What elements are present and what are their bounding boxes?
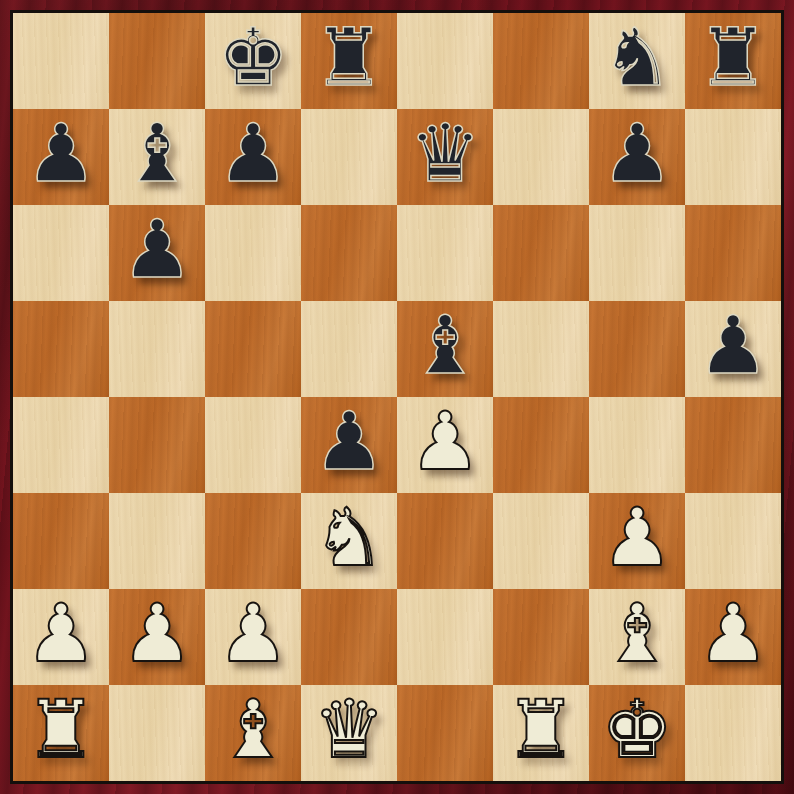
- square-h1[interactable]: [685, 685, 781, 781]
- square-e1[interactable]: [397, 685, 493, 781]
- square-e5[interactable]: ♝: [397, 301, 493, 397]
- square-e4[interactable]: ♟: [397, 397, 493, 493]
- black-pawn-d4[interactable]: ♟: [313, 397, 385, 490]
- white-pawn-e4[interactable]: ♟: [409, 397, 481, 490]
- square-e3[interactable]: [397, 493, 493, 589]
- square-a6[interactable]: [13, 205, 109, 301]
- square-b8[interactable]: [109, 13, 205, 109]
- square-d1[interactable]: ♛: [301, 685, 397, 781]
- white-pawn-h2[interactable]: ♟: [697, 589, 769, 682]
- square-d8[interactable]: ♜: [301, 13, 397, 109]
- square-f7[interactable]: [493, 109, 589, 205]
- square-a8[interactable]: [13, 13, 109, 109]
- square-d2[interactable]: [301, 589, 397, 685]
- square-e2[interactable]: [397, 589, 493, 685]
- black-pawn-h5[interactable]: ♟: [697, 301, 769, 394]
- black-pawn-c7[interactable]: ♟: [217, 109, 289, 202]
- square-h6[interactable]: [685, 205, 781, 301]
- square-c1[interactable]: ♝: [205, 685, 301, 781]
- square-g6[interactable]: [589, 205, 685, 301]
- square-a4[interactable]: [13, 397, 109, 493]
- square-b3[interactable]: [109, 493, 205, 589]
- square-a7[interactable]: ♟: [13, 109, 109, 205]
- square-c4[interactable]: [205, 397, 301, 493]
- square-c7[interactable]: ♟: [205, 109, 301, 205]
- white-rook-f1[interactable]: ♜: [505, 685, 577, 778]
- white-rook-a1[interactable]: ♜: [25, 685, 97, 778]
- square-d4[interactable]: ♟: [301, 397, 397, 493]
- square-g7[interactable]: ♟: [589, 109, 685, 205]
- square-d6[interactable]: [301, 205, 397, 301]
- square-b5[interactable]: [109, 301, 205, 397]
- chess-board: ♚♜♞♜♟♝♟♛♟♟♝♟♟♟♞♟♟♟♟♝♟♜♝♛♜♚: [10, 10, 784, 784]
- square-g2[interactable]: ♝: [589, 589, 685, 685]
- square-f2[interactable]: [493, 589, 589, 685]
- square-c3[interactable]: [205, 493, 301, 589]
- square-f1[interactable]: ♜: [493, 685, 589, 781]
- black-rook-h8[interactable]: ♜: [697, 13, 769, 106]
- square-b1[interactable]: [109, 685, 205, 781]
- white-pawn-a2[interactable]: ♟: [25, 589, 97, 682]
- square-c2[interactable]: ♟: [205, 589, 301, 685]
- square-d5[interactable]: [301, 301, 397, 397]
- square-b4[interactable]: [109, 397, 205, 493]
- square-f5[interactable]: [493, 301, 589, 397]
- square-f3[interactable]: [493, 493, 589, 589]
- square-g1[interactable]: ♚: [589, 685, 685, 781]
- square-e8[interactable]: [397, 13, 493, 109]
- black-bishop-b7[interactable]: ♝: [121, 109, 193, 202]
- black-pawn-b6[interactable]: ♟: [121, 205, 193, 298]
- white-knight-d3[interactable]: ♞: [313, 493, 385, 586]
- square-f6[interactable]: [493, 205, 589, 301]
- square-g5[interactable]: [589, 301, 685, 397]
- white-pawn-b2[interactable]: ♟: [121, 589, 193, 682]
- square-g4[interactable]: [589, 397, 685, 493]
- square-b2[interactable]: ♟: [109, 589, 205, 685]
- square-h5[interactable]: ♟: [685, 301, 781, 397]
- white-queen-d1[interactable]: ♛: [313, 685, 385, 778]
- square-f4[interactable]: [493, 397, 589, 493]
- square-h7[interactable]: [685, 109, 781, 205]
- square-e7[interactable]: ♛: [397, 109, 493, 205]
- white-bishop-g2[interactable]: ♝: [601, 589, 673, 682]
- black-king-c8[interactable]: ♚: [217, 13, 289, 106]
- board-frame: ♚♜♞♜♟♝♟♛♟♟♝♟♟♟♞♟♟♟♟♝♟♜♝♛♜♚: [0, 0, 794, 794]
- white-king-g1[interactable]: ♚: [601, 685, 673, 778]
- square-g8[interactable]: ♞: [589, 13, 685, 109]
- square-c8[interactable]: ♚: [205, 13, 301, 109]
- square-h3[interactable]: [685, 493, 781, 589]
- white-pawn-g3[interactable]: ♟: [601, 493, 673, 586]
- black-bishop-e5[interactable]: ♝: [409, 301, 481, 394]
- square-a2[interactable]: ♟: [13, 589, 109, 685]
- black-knight-g8[interactable]: ♞: [601, 13, 673, 106]
- white-pawn-c2[interactable]: ♟: [217, 589, 289, 682]
- square-a5[interactable]: [13, 301, 109, 397]
- square-b6[interactable]: ♟: [109, 205, 205, 301]
- square-d7[interactable]: [301, 109, 397, 205]
- square-h2[interactable]: ♟: [685, 589, 781, 685]
- square-d3[interactable]: ♞: [301, 493, 397, 589]
- black-queen-e7[interactable]: ♛: [409, 109, 481, 202]
- square-a1[interactable]: ♜: [13, 685, 109, 781]
- square-h4[interactable]: [685, 397, 781, 493]
- black-rook-d8[interactable]: ♜: [313, 13, 385, 106]
- square-f8[interactable]: [493, 13, 589, 109]
- white-bishop-c1[interactable]: ♝: [217, 685, 289, 778]
- square-a3[interactable]: [13, 493, 109, 589]
- square-h8[interactable]: ♜: [685, 13, 781, 109]
- square-b7[interactable]: ♝: [109, 109, 205, 205]
- black-pawn-g7[interactable]: ♟: [601, 109, 673, 202]
- black-pawn-a7[interactable]: ♟: [25, 109, 97, 202]
- square-c5[interactable]: [205, 301, 301, 397]
- square-e6[interactable]: [397, 205, 493, 301]
- square-g3[interactable]: ♟: [589, 493, 685, 589]
- square-c6[interactable]: [205, 205, 301, 301]
